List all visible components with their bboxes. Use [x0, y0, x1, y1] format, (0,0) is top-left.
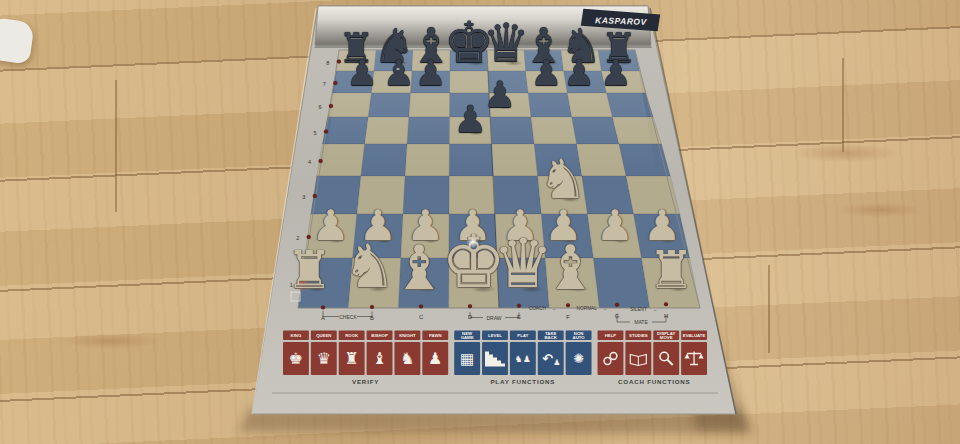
- piece-white-knight[interactable]: ♞: [538, 153, 587, 208]
- piece-white-knight[interactable]: ♞: [343, 238, 397, 298]
- pieces-layer: ♜♞♝♚♛♝♞♜♟♟♟♟♟♟♟♟♞♟♟♟♟♟♟♟♟♜♞♝♚♛♝♜: [0, 0, 960, 444]
- piece-white-pawn[interactable]: ♟: [596, 205, 634, 247]
- piece-black-pawn[interactable]: ♟: [600, 54, 632, 89]
- piece-black-pawn[interactable]: ♟: [531, 54, 563, 89]
- piece-black-pawn[interactable]: ♟: [383, 54, 415, 89]
- piece-black-pawn[interactable]: ♟: [484, 77, 517, 113]
- light-reflection: [395, 67, 400, 71]
- light-reflection: [464, 235, 482, 249]
- piece-white-bishop[interactable]: ♝: [543, 236, 598, 297]
- piece-black-pawn[interactable]: ♟: [563, 54, 595, 89]
- piece-black-pawn[interactable]: ♟: [346, 54, 378, 89]
- piece-black-pawn[interactable]: ♟: [415, 54, 447, 89]
- photo-scene: 12345678ABCDEFGHCHECKDRAWMATECOACH→NORMA…: [0, 0, 960, 444]
- piece-black-pawn[interactable]: ♟: [454, 101, 488, 139]
- piece-white-bishop[interactable]: ♝: [392, 236, 447, 297]
- piece-white-rook[interactable]: ♜: [648, 244, 695, 296]
- piece-white-rook[interactable]: ♜: [286, 244, 333, 296]
